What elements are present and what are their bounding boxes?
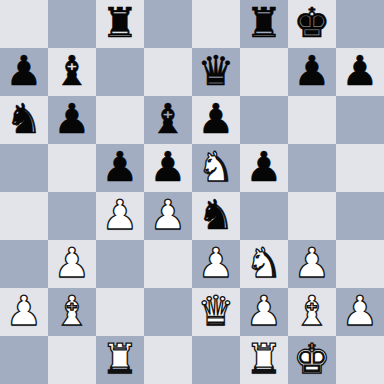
square-g8[interactable]: ♚ bbox=[288, 0, 336, 48]
square-h3[interactable] bbox=[336, 240, 384, 288]
black-knight[interactable]: ♞ bbox=[6, 95, 43, 143]
square-a7[interactable]: ♟ bbox=[0, 48, 48, 96]
square-d7[interactable] bbox=[144, 48, 192, 96]
square-d6[interactable]: ♝ bbox=[144, 96, 192, 144]
white-pawn[interactable]: ♟ bbox=[246, 287, 283, 335]
square-b8[interactable] bbox=[48, 0, 96, 48]
white-rook[interactable]: ♜ bbox=[246, 335, 283, 383]
square-d4[interactable]: ♟ bbox=[144, 192, 192, 240]
square-a2[interactable]: ♟ bbox=[0, 288, 48, 336]
square-c8[interactable]: ♜ bbox=[96, 0, 144, 48]
white-queen[interactable]: ♛ bbox=[198, 287, 235, 335]
black-pawn[interactable]: ♟ bbox=[102, 143, 139, 191]
black-bishop[interactable]: ♝ bbox=[54, 47, 91, 95]
square-d2[interactable] bbox=[144, 288, 192, 336]
black-knight[interactable]: ♞ bbox=[198, 191, 235, 239]
square-e2[interactable]: ♛ bbox=[192, 288, 240, 336]
square-f2[interactable]: ♟ bbox=[240, 288, 288, 336]
square-b6[interactable]: ♟ bbox=[48, 96, 96, 144]
black-bishop[interactable]: ♝ bbox=[150, 95, 187, 143]
square-f7[interactable] bbox=[240, 48, 288, 96]
square-h7[interactable]: ♟ bbox=[336, 48, 384, 96]
white-knight[interactable]: ♞ bbox=[198, 143, 235, 191]
white-pawn[interactable]: ♟ bbox=[54, 239, 91, 287]
square-g7[interactable]: ♟ bbox=[288, 48, 336, 96]
square-h8[interactable] bbox=[336, 0, 384, 48]
square-f6[interactable] bbox=[240, 96, 288, 144]
square-e3[interactable]: ♟ bbox=[192, 240, 240, 288]
square-c7[interactable] bbox=[96, 48, 144, 96]
square-g1[interactable]: ♚ bbox=[288, 336, 336, 384]
white-bishop[interactable]: ♝ bbox=[294, 287, 331, 335]
square-d3[interactable] bbox=[144, 240, 192, 288]
square-c6[interactable] bbox=[96, 96, 144, 144]
white-king[interactable]: ♚ bbox=[294, 335, 331, 383]
square-e7[interactable]: ♛ bbox=[192, 48, 240, 96]
white-pawn[interactable]: ♟ bbox=[198, 239, 235, 287]
black-pawn[interactable]: ♟ bbox=[342, 47, 379, 95]
square-a8[interactable] bbox=[0, 0, 48, 48]
square-g6[interactable] bbox=[288, 96, 336, 144]
square-e8[interactable] bbox=[192, 0, 240, 48]
square-c1[interactable]: ♜ bbox=[96, 336, 144, 384]
square-a4[interactable] bbox=[0, 192, 48, 240]
square-f8[interactable]: ♜ bbox=[240, 0, 288, 48]
square-h6[interactable] bbox=[336, 96, 384, 144]
black-rook[interactable]: ♜ bbox=[102, 0, 139, 47]
black-pawn[interactable]: ♟ bbox=[246, 143, 283, 191]
square-e6[interactable]: ♟ bbox=[192, 96, 240, 144]
square-e1[interactable] bbox=[192, 336, 240, 384]
square-g4[interactable] bbox=[288, 192, 336, 240]
square-a6[interactable]: ♞ bbox=[0, 96, 48, 144]
square-a1[interactable] bbox=[0, 336, 48, 384]
black-rook[interactable]: ♜ bbox=[246, 0, 283, 47]
chess-board: ♜♜♚♟♝♛♟♟♞♟♝♟♟♟♞♟♟♟♞♟♟♞♟♟♝♛♟♝♟♜♜♚ bbox=[0, 0, 384, 384]
square-b3[interactable]: ♟ bbox=[48, 240, 96, 288]
square-d5[interactable]: ♟ bbox=[144, 144, 192, 192]
square-f4[interactable] bbox=[240, 192, 288, 240]
square-g5[interactable] bbox=[288, 144, 336, 192]
square-b4[interactable] bbox=[48, 192, 96, 240]
black-king[interactable]: ♚ bbox=[294, 0, 331, 47]
square-f1[interactable]: ♜ bbox=[240, 336, 288, 384]
white-pawn[interactable]: ♟ bbox=[150, 191, 187, 239]
black-pawn[interactable]: ♟ bbox=[150, 143, 187, 191]
square-a3[interactable] bbox=[0, 240, 48, 288]
square-g3[interactable]: ♟ bbox=[288, 240, 336, 288]
white-pawn[interactable]: ♟ bbox=[6, 287, 43, 335]
square-b7[interactable]: ♝ bbox=[48, 48, 96, 96]
white-rook[interactable]: ♜ bbox=[102, 335, 139, 383]
square-e5[interactable]: ♞ bbox=[192, 144, 240, 192]
black-pawn[interactable]: ♟ bbox=[6, 47, 43, 95]
square-g2[interactable]: ♝ bbox=[288, 288, 336, 336]
black-pawn[interactable]: ♟ bbox=[294, 47, 331, 95]
square-h5[interactable] bbox=[336, 144, 384, 192]
square-c2[interactable] bbox=[96, 288, 144, 336]
square-c5[interactable]: ♟ bbox=[96, 144, 144, 192]
square-h2[interactable]: ♟ bbox=[336, 288, 384, 336]
square-b1[interactable] bbox=[48, 336, 96, 384]
white-pawn[interactable]: ♟ bbox=[102, 191, 139, 239]
square-c3[interactable] bbox=[96, 240, 144, 288]
white-pawn[interactable]: ♟ bbox=[342, 287, 379, 335]
square-h1[interactable] bbox=[336, 336, 384, 384]
square-c4[interactable]: ♟ bbox=[96, 192, 144, 240]
square-f3[interactable]: ♞ bbox=[240, 240, 288, 288]
white-pawn[interactable]: ♟ bbox=[294, 239, 331, 287]
black-pawn[interactable]: ♟ bbox=[54, 95, 91, 143]
white-bishop[interactable]: ♝ bbox=[54, 287, 91, 335]
black-pawn[interactable]: ♟ bbox=[198, 95, 235, 143]
black-queen[interactable]: ♛ bbox=[198, 47, 235, 95]
square-h4[interactable] bbox=[336, 192, 384, 240]
square-d8[interactable] bbox=[144, 0, 192, 48]
square-e4[interactable]: ♞ bbox=[192, 192, 240, 240]
square-b5[interactable] bbox=[48, 144, 96, 192]
square-a5[interactable] bbox=[0, 144, 48, 192]
square-b2[interactable]: ♝ bbox=[48, 288, 96, 336]
square-d1[interactable] bbox=[144, 336, 192, 384]
white-knight[interactable]: ♞ bbox=[246, 239, 283, 287]
square-f5[interactable]: ♟ bbox=[240, 144, 288, 192]
